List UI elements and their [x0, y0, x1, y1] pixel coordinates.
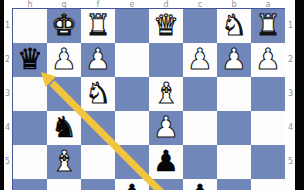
square-f3[interactable]: ♞ — [81, 77, 115, 111]
piece-wQ-d1: ♛ — [149, 9, 183, 42]
rank-label-rgt-1: 1 — [286, 9, 295, 43]
square-d5[interactable]: ♟ — [149, 145, 183, 179]
square-f1[interactable]: ♜ — [81, 9, 115, 43]
square-h5[interactable] — [13, 145, 47, 179]
file-label-f: f — [81, 0, 115, 9]
square-b2[interactable]: ♟ — [217, 43, 251, 77]
square-g3[interactable] — [47, 77, 81, 111]
file-label-d: d — [149, 0, 183, 9]
file-label-a: a — [251, 0, 285, 9]
square-g6[interactable] — [47, 179, 81, 190]
right-letterbox-bar — [295, 0, 304, 190]
square-b6[interactable] — [217, 179, 251, 190]
square-h2[interactable]: ♛ — [13, 43, 47, 77]
square-c5[interactable] — [183, 145, 217, 179]
piece-bN-g4: ♞ — [47, 111, 81, 144]
file-label-c: c — [183, 0, 217, 9]
rank-label-lft-4: 4 — [3, 111, 12, 145]
piece-wB-d3: ♝ — [149, 77, 183, 110]
piece-wP-d4: ♟ — [149, 111, 183, 144]
square-g4[interactable]: ♞ — [47, 111, 81, 145]
square-c3[interactable] — [183, 77, 217, 111]
square-c6[interactable]: ♟ — [183, 179, 217, 190]
rank-label-lft-3: 3 — [3, 77, 12, 111]
piece-wR-f1: ♜ — [81, 9, 115, 42]
piece-wP-g2: ♟ — [47, 43, 81, 76]
piece-bP-e6: ♟ — [115, 179, 149, 190]
square-b1[interactable]: ♞ — [217, 9, 251, 43]
piece-wB-g5: ♝ — [47, 145, 81, 178]
piece-wN-f3: ♞ — [81, 77, 115, 110]
square-h4[interactable] — [13, 111, 47, 145]
square-d1[interactable]: ♛ — [149, 9, 183, 43]
rank-label-rgt-2: 2 — [286, 43, 295, 77]
rank-label-lft-1: 1 — [3, 9, 12, 43]
square-e3[interactable] — [115, 77, 149, 111]
file-label-g: g — [47, 0, 81, 9]
square-e5[interactable] — [115, 145, 149, 179]
square-e1[interactable] — [115, 9, 149, 43]
file-label-h: h — [13, 0, 47, 9]
square-d4[interactable]: ♟ — [149, 111, 183, 145]
square-c4[interactable] — [183, 111, 217, 145]
rank-label-lft-5: 5 — [3, 145, 12, 179]
square-a3[interactable] — [251, 77, 285, 111]
square-f4[interactable] — [81, 111, 115, 145]
square-b4[interactable] — [217, 111, 251, 145]
square-c1[interactable] — [183, 9, 217, 43]
piece-bP-c6: ♟ — [183, 179, 217, 190]
square-a6[interactable] — [251, 179, 285, 190]
rank-label-rgt-5: 5 — [286, 145, 295, 179]
rank-label-rgt-4: 4 — [286, 111, 295, 145]
square-a4[interactable] — [251, 111, 285, 145]
square-e4[interactable] — [115, 111, 149, 145]
square-g1[interactable]: ♚ — [47, 9, 81, 43]
file-label-e: e — [115, 0, 149, 9]
square-e2[interactable] — [115, 43, 149, 77]
rank-label-rgt-3: 3 — [286, 77, 295, 111]
video-frame: hgfedcba ♚♜♛♞♜♛♟♟♟♟♟♞♝♞♟♝♟♟♟ 1234512345 — [0, 0, 304, 190]
rank-label-lft-2: 2 — [3, 43, 12, 77]
square-c2[interactable]: ♟ — [183, 43, 217, 77]
square-f2[interactable]: ♟ — [81, 43, 115, 77]
board: ♚♜♛♞♜♛♟♟♟♟♟♞♝♞♟♝♟♟♟ — [13, 9, 285, 190]
file-labels: hgfedcba — [13, 0, 285, 9]
square-d3[interactable]: ♝ — [149, 77, 183, 111]
square-g5[interactable]: ♝ — [47, 145, 81, 179]
piece-bQ-h2: ♛ — [13, 43, 47, 76]
square-e6[interactable]: ♟ — [115, 179, 149, 190]
square-b3[interactable] — [217, 77, 251, 111]
square-a2[interactable]: ♟ — [251, 43, 285, 77]
piece-wP-f2: ♟ — [81, 43, 115, 76]
piece-bP-d5: ♟ — [149, 145, 183, 178]
square-a5[interactable] — [251, 145, 285, 179]
square-h3[interactable] — [13, 77, 47, 111]
piece-wP-c2: ♟ — [183, 43, 217, 76]
piece-wP-b2: ♟ — [217, 43, 251, 76]
square-d2[interactable] — [149, 43, 183, 77]
piece-wN-b1: ♞ — [217, 9, 251, 42]
square-h6[interactable] — [13, 179, 47, 190]
square-a1[interactable]: ♜ — [251, 9, 285, 43]
file-label-b: b — [217, 0, 251, 9]
square-h1[interactable] — [13, 9, 47, 43]
square-b5[interactable] — [217, 145, 251, 179]
piece-wP-a2: ♟ — [251, 43, 285, 76]
square-g2[interactable]: ♟ — [47, 43, 81, 77]
square-f6[interactable] — [81, 179, 115, 190]
piece-wR-a1: ♜ — [251, 9, 285, 42]
square-f5[interactable] — [81, 145, 115, 179]
piece-wK-g1: ♚ — [47, 9, 81, 42]
square-d6[interactable] — [149, 179, 183, 190]
